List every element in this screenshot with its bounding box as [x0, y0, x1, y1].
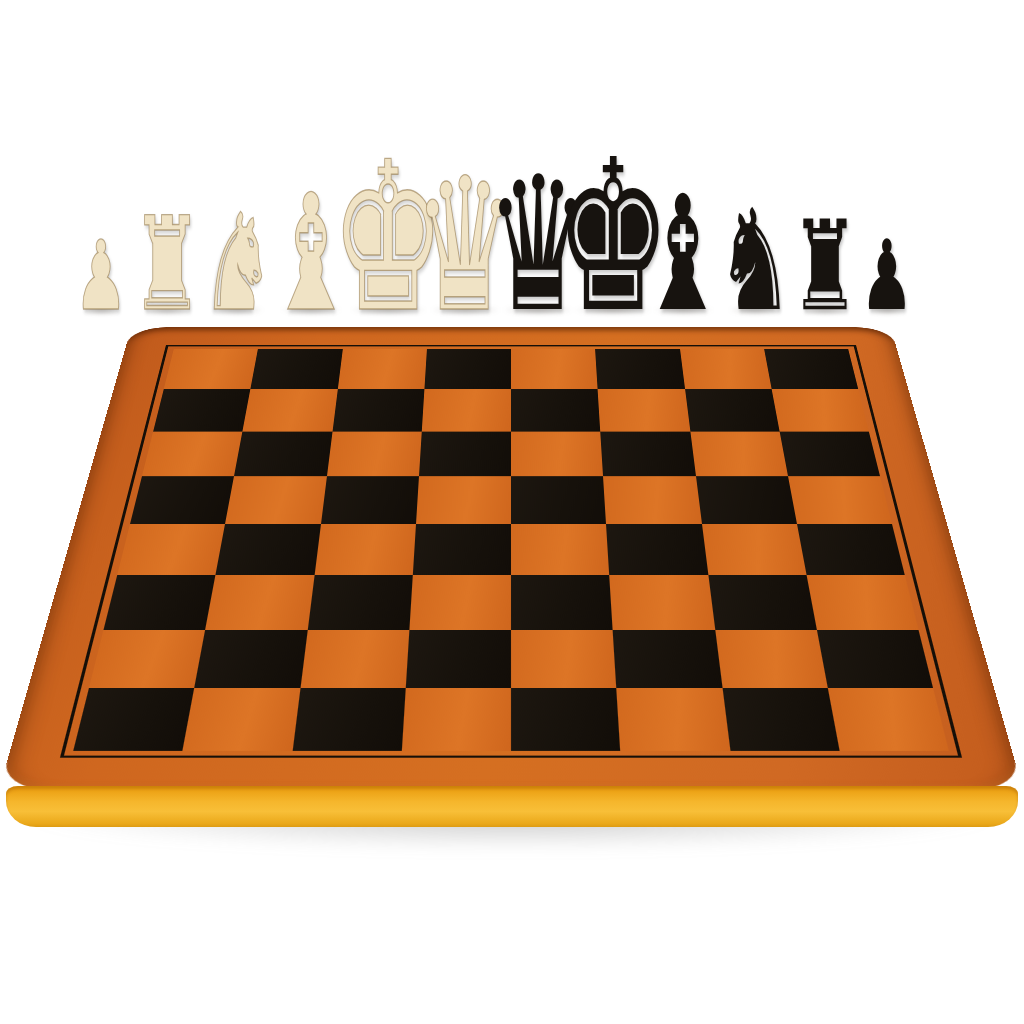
square-a3 — [104, 575, 216, 630]
square-b4 — [216, 524, 321, 575]
square-c4 — [314, 524, 416, 575]
square-d4 — [413, 524, 511, 575]
square-h7 — [771, 389, 868, 431]
square-b8 — [251, 349, 343, 389]
square-f8 — [595, 349, 684, 389]
square-e6 — [511, 431, 603, 476]
square-b6 — [234, 431, 332, 476]
square-h6 — [779, 431, 880, 476]
square-b7 — [243, 389, 338, 431]
square-g3 — [708, 575, 817, 630]
square-d3 — [409, 575, 511, 630]
square-f5 — [603, 476, 701, 524]
square-d6 — [419, 431, 511, 476]
square-c1 — [292, 688, 405, 751]
square-e7 — [511, 389, 600, 431]
square-d7 — [422, 389, 511, 431]
square-e2 — [511, 630, 617, 688]
square-e3 — [511, 575, 613, 630]
square-e5 — [511, 476, 606, 524]
square-f7 — [598, 389, 690, 431]
square-h1 — [828, 688, 949, 751]
square-c8 — [337, 349, 426, 389]
square-g5 — [696, 476, 797, 524]
square-c5 — [321, 476, 419, 524]
square-a2 — [89, 630, 205, 688]
board-top-face — [0, 327, 1023, 789]
board-grid — [73, 349, 949, 750]
square-b5 — [225, 476, 326, 524]
square-g7 — [685, 389, 780, 431]
square-d1 — [402, 688, 511, 751]
square-h2 — [817, 630, 933, 688]
square-b1 — [183, 688, 300, 751]
square-g8 — [680, 349, 772, 389]
square-c7 — [332, 389, 424, 431]
square-e4 — [511, 524, 609, 575]
square-e1 — [511, 688, 620, 751]
board-outline — [60, 345, 962, 757]
product-photo: ♟♜♞♝♚♛♛♚♝♞♜♟ — [0, 0, 1024, 1024]
square-g6 — [690, 431, 788, 476]
board-front-edge — [6, 786, 1018, 827]
square-c2 — [300, 630, 409, 688]
square-a1 — [73, 688, 194, 751]
square-f3 — [609, 575, 714, 630]
square-b2 — [194, 630, 307, 688]
square-b3 — [205, 575, 314, 630]
square-h8 — [764, 349, 858, 389]
black-pawn-piece: ♟ — [788, 227, 986, 324]
square-c6 — [326, 431, 421, 476]
square-f4 — [606, 524, 708, 575]
square-f6 — [600, 431, 695, 476]
square-a7 — [153, 389, 250, 431]
square-g2 — [715, 630, 828, 688]
square-a8 — [164, 349, 258, 389]
square-c3 — [307, 575, 412, 630]
square-g1 — [722, 688, 839, 751]
square-d8 — [424, 349, 511, 389]
square-h3 — [806, 575, 918, 630]
square-g4 — [702, 524, 807, 575]
square-h4 — [797, 524, 905, 575]
square-d5 — [416, 476, 511, 524]
square-h5 — [788, 476, 892, 524]
square-f1 — [617, 688, 730, 751]
square-a4 — [117, 524, 225, 575]
square-a5 — [130, 476, 234, 524]
square-d2 — [405, 630, 511, 688]
square-e8 — [511, 349, 598, 389]
square-a6 — [142, 431, 243, 476]
square-f2 — [613, 630, 722, 688]
